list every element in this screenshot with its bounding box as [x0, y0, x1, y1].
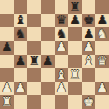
- square-f4[interactable]: [68, 55, 82, 69]
- piece-white-rook: ♜: [1, 95, 12, 108]
- square-b2[interactable]: ♟: [14, 82, 28, 96]
- piece-black-queen: ♛: [56, 14, 67, 27]
- square-a5[interactable]: ♟: [0, 41, 14, 55]
- piece-white-pawn: ♟: [56, 41, 67, 54]
- piece-white-queen: ♛: [97, 55, 108, 68]
- square-a3[interactable]: [0, 68, 14, 82]
- piece-white-pawn: ♟: [97, 82, 108, 95]
- square-f8[interactable]: ♜: [68, 0, 82, 14]
- piece-black-pawn: ♟: [83, 27, 94, 40]
- square-e4[interactable]: [55, 55, 69, 69]
- square-c7[interactable]: [27, 14, 41, 28]
- square-b4[interactable]: ♟: [14, 55, 28, 69]
- piece-white-bishop: ♝: [83, 55, 94, 68]
- square-e3[interactable]: ♝: [55, 68, 69, 82]
- square-c6[interactable]: [27, 27, 41, 41]
- square-a6[interactable]: [0, 27, 14, 41]
- piece-white-pawn: ♟: [56, 82, 67, 95]
- square-g7[interactable]: ♚: [82, 14, 96, 28]
- square-e6[interactable]: ♞: [55, 27, 69, 41]
- piece-black-pawn: ♟: [15, 55, 26, 68]
- square-g6[interactable]: ♟: [82, 27, 96, 41]
- square-d1[interactable]: [41, 95, 55, 109]
- square-g5[interactable]: ♟: [82, 41, 96, 55]
- square-g4[interactable]: ♝: [82, 55, 96, 69]
- piece-white-pawn: ♟: [1, 82, 12, 95]
- square-h5[interactable]: [95, 41, 109, 55]
- square-f3[interactable]: ♜: [68, 68, 82, 82]
- square-b6[interactable]: ♞: [14, 27, 28, 41]
- piece-white-pawn: ♟: [15, 82, 26, 95]
- square-h7[interactable]: ♟: [95, 14, 109, 28]
- piece-black-pawn: ♟: [69, 14, 80, 27]
- square-g3[interactable]: [82, 68, 96, 82]
- square-d4[interactable]: ♟: [41, 55, 55, 69]
- square-e7[interactable]: ♛: [55, 14, 69, 28]
- square-c4[interactable]: ♜: [27, 55, 41, 69]
- piece-black-pawn: ♟: [42, 55, 53, 68]
- square-f1[interactable]: [68, 95, 82, 109]
- square-e5[interactable]: ♟: [55, 41, 69, 55]
- square-b5[interactable]: [14, 41, 28, 55]
- square-h1[interactable]: [95, 95, 109, 109]
- square-a7[interactable]: [0, 14, 14, 28]
- square-f6[interactable]: [68, 27, 82, 41]
- square-d5[interactable]: [41, 41, 55, 55]
- square-e2[interactable]: ♟: [55, 82, 69, 96]
- chess-board: ♜♝♛♟♚♟♞♞♟♞♟♟♟♟♜♟♝♛♝♜♟♟♟♟♜♚: [0, 0, 109, 109]
- piece-black-knight: ♞: [56, 27, 67, 40]
- square-g8[interactable]: [82, 0, 96, 14]
- piece-black-knight: ♞: [15, 27, 26, 40]
- square-a2[interactable]: ♟: [0, 82, 14, 96]
- square-f2[interactable]: [68, 82, 82, 96]
- square-h6[interactable]: ♞: [95, 27, 109, 41]
- piece-white-king: ♚: [83, 95, 94, 108]
- square-d3[interactable]: [41, 68, 55, 82]
- piece-black-bishop: ♝: [15, 14, 26, 27]
- piece-black-rook: ♜: [69, 0, 80, 13]
- square-h3[interactable]: [95, 68, 109, 82]
- square-g1[interactable]: ♚: [82, 95, 96, 109]
- square-d7[interactable]: [41, 14, 55, 28]
- square-c2[interactable]: [27, 82, 41, 96]
- square-h8[interactable]: [95, 0, 109, 14]
- square-a4[interactable]: [0, 55, 14, 69]
- piece-white-bishop: ♝: [56, 68, 67, 81]
- square-e8[interactable]: [55, 0, 69, 14]
- square-b3[interactable]: [14, 68, 28, 82]
- square-h2[interactable]: ♟: [95, 82, 109, 96]
- piece-white-pawn: ♟: [83, 41, 94, 54]
- piece-black-king: ♚: [83, 14, 94, 27]
- square-c1[interactable]: [27, 95, 41, 109]
- square-h4[interactable]: ♛: [95, 55, 109, 69]
- square-d6[interactable]: [41, 27, 55, 41]
- square-g2[interactable]: [82, 82, 96, 96]
- square-d8[interactable]: [41, 0, 55, 14]
- square-f7[interactable]: ♟: [68, 14, 82, 28]
- piece-black-pawn: ♟: [1, 41, 12, 54]
- square-a8[interactable]: [0, 0, 14, 14]
- piece-white-knight: ♞: [97, 27, 108, 40]
- square-e1[interactable]: [55, 95, 69, 109]
- square-a1[interactable]: ♜: [0, 95, 14, 109]
- square-b1[interactable]: [14, 95, 28, 109]
- square-c5[interactable]: [27, 41, 41, 55]
- piece-white-rook: ♜: [69, 68, 80, 81]
- piece-black-pawn: ♟: [97, 14, 108, 27]
- square-f5[interactable]: [68, 41, 82, 55]
- square-b7[interactable]: ♝: [14, 14, 28, 28]
- square-c3[interactable]: [27, 68, 41, 82]
- square-c8[interactable]: [27, 0, 41, 14]
- piece-black-rook: ♜: [28, 55, 39, 68]
- square-b8[interactable]: [14, 0, 28, 14]
- square-d2[interactable]: [41, 82, 55, 96]
